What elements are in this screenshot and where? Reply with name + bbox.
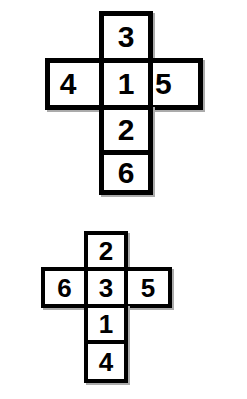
puzzle-canvas: 3 4 1 5 2 6 2 6 3 5 1 4 [0, 0, 247, 399]
net1-cell-face-2: 2 [99, 105, 153, 155]
cube-net-2: 2 6 3 5 1 4 [41, 231, 172, 383]
net2-cell-face-2: 2 [84, 231, 128, 271]
net1-cell-face-4: 4 [45, 58, 104, 110]
net1-cell-face-3: 3 [99, 11, 153, 63]
net1-cell-face-6: 6 [99, 150, 153, 195]
net1-cell-face-5: 5 [148, 58, 203, 110]
net2-cell-face-1: 1 [84, 304, 128, 344]
net1-cell-face-1: 1 [99, 58, 153, 110]
net2-cell-face-4: 4 [84, 340, 128, 383]
net2-cell-face-5: 5 [124, 267, 172, 308]
net2-cell-face-6: 6 [41, 267, 88, 308]
cube-net-1: 3 4 1 5 2 6 [45, 11, 203, 195]
net2-cell-face-3: 3 [84, 267, 128, 308]
